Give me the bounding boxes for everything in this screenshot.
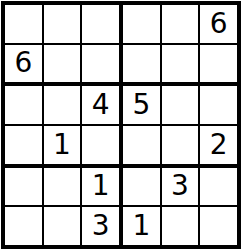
box-r3c1: 13 <box>5 168 119 245</box>
box-r3c2: 31 <box>123 168 237 245</box>
cell-r1c6[interactable]: 6 <box>200 5 237 43</box>
cell-r1c2[interactable] <box>44 5 81 43</box>
cell-r6c2[interactable] <box>44 207 81 245</box>
cell-r3c4[interactable]: 5 <box>123 86 160 124</box>
cell-r2c4[interactable] <box>123 45 160 83</box>
cell-r5c2[interactable] <box>44 168 81 206</box>
cell-r6c4[interactable]: 1 <box>123 207 160 245</box>
cell-r5c3[interactable]: 1 <box>82 168 119 206</box>
cell-r1c4[interactable] <box>123 5 160 43</box>
cell-r5c6[interactable] <box>200 168 237 206</box>
cell-r4c1[interactable] <box>5 126 42 164</box>
cell-r6c1[interactable] <box>5 207 42 245</box>
cell-r3c2[interactable] <box>44 86 81 124</box>
cell-r3c3[interactable]: 4 <box>82 86 119 124</box>
cell-r5c4[interactable] <box>123 168 160 206</box>
cell-r3c1[interactable] <box>5 86 42 124</box>
cell-r4c3[interactable] <box>82 126 119 164</box>
cell-r5c5[interactable]: 3 <box>162 168 199 206</box>
cell-r2c3[interactable] <box>82 45 119 83</box>
cell-r2c1[interactable]: 6 <box>5 45 42 83</box>
cell-r6c3[interactable]: 3 <box>82 207 119 245</box>
cell-r4c4[interactable] <box>123 126 160 164</box>
cell-r3c6[interactable] <box>200 86 237 124</box>
cell-r2c2[interactable] <box>44 45 81 83</box>
box-r2c2: 52 <box>123 86 237 163</box>
cell-r5c1[interactable] <box>5 168 42 206</box>
cell-r2c6[interactable] <box>200 45 237 83</box>
cell-r3c5[interactable] <box>162 86 199 124</box>
cell-r1c3[interactable] <box>82 5 119 43</box>
cell-r2c5[interactable] <box>162 45 199 83</box>
cell-r6c6[interactable] <box>200 207 237 245</box>
cell-r4c5[interactable] <box>162 126 199 164</box>
cell-r4c6[interactable]: 2 <box>200 126 237 164</box>
cell-r1c1[interactable] <box>5 5 42 43</box>
box-r1c2: 6 <box>123 5 237 82</box>
box-r2c1: 41 <box>5 86 119 163</box>
cell-r6c5[interactable] <box>162 207 199 245</box>
cell-r1c5[interactable] <box>162 5 199 43</box>
cell-r4c2[interactable]: 1 <box>44 126 81 164</box>
box-r1c1: 6 <box>5 5 119 82</box>
sudoku-board: 6641521331 <box>1 1 241 249</box>
